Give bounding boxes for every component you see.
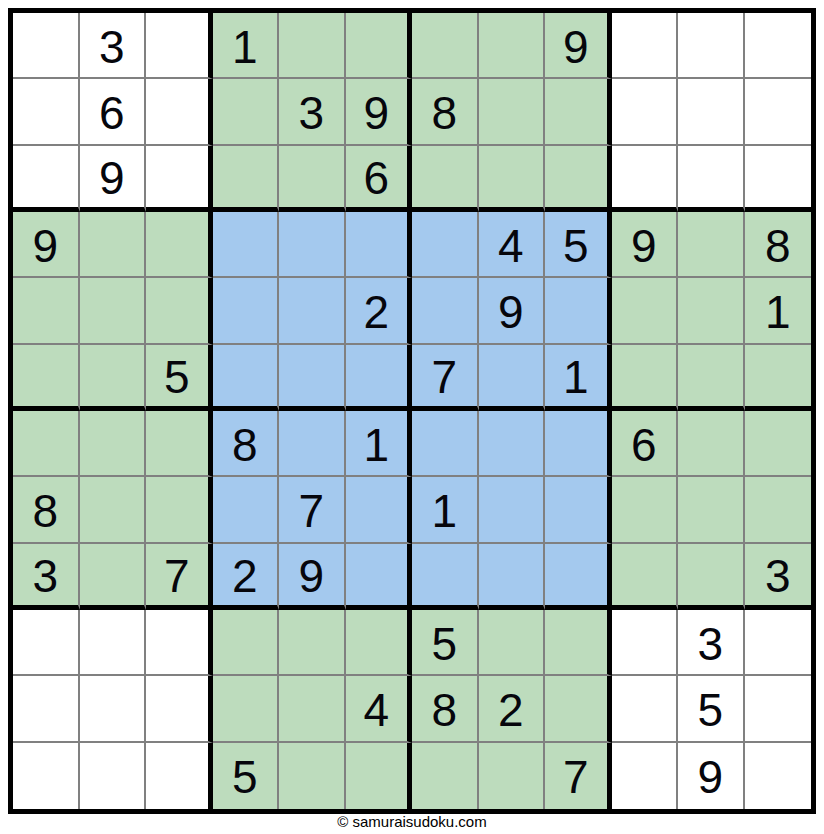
cell-r1c10[interactable] (612, 13, 679, 79)
cell-r9c7[interactable] (412, 544, 479, 610)
cell-r10c6[interactable] (346, 610, 413, 676)
cell-r3c3[interactable] (146, 146, 213, 212)
cell-r6c5[interactable] (279, 345, 346, 411)
cell-r9c3-given[interactable]: 7 (146, 544, 213, 610)
cell-r8c4[interactable] (213, 477, 280, 543)
cell-r5c1[interactable] (13, 278, 80, 344)
cell-r9c5-given[interactable]: 9 (279, 544, 346, 610)
cell-r4c10-given[interactable]: 9 (612, 212, 679, 278)
cell-r10c1[interactable] (13, 610, 80, 676)
cell-r12c4-given[interactable]: 5 (213, 743, 280, 809)
cell-r2c5-given[interactable]: 3 (279, 79, 346, 145)
cell-r4c8-given[interactable]: 4 (479, 212, 546, 278)
cell-r10c8[interactable] (479, 610, 546, 676)
cell-r5c12-given[interactable]: 1 (745, 278, 812, 344)
cell-r1c6[interactable] (346, 13, 413, 79)
cell-r8c8[interactable] (479, 477, 546, 543)
cell-r4c6[interactable] (346, 212, 413, 278)
cell-r1c4-given[interactable]: 1 (213, 13, 280, 79)
cell-r7c6-given[interactable]: 1 (346, 411, 413, 477)
cell-r4c11[interactable] (678, 212, 745, 278)
cell-r1c12[interactable] (745, 13, 812, 79)
cell-r2c10[interactable] (612, 79, 679, 145)
cell-r5c6-given[interactable]: 2 (346, 278, 413, 344)
cell-r9c4-given[interactable]: 2 (213, 544, 280, 610)
cell-r5c8-given[interactable]: 9 (479, 278, 546, 344)
cell-r9c10[interactable] (612, 544, 679, 610)
cell-r8c10[interactable] (612, 477, 679, 543)
cell-r1c8[interactable] (479, 13, 546, 79)
cell-r6c3-given[interactable]: 5 (146, 345, 213, 411)
copyright-caption: © samuraisudoku.com (0, 813, 824, 830)
cell-r8c6[interactable] (346, 477, 413, 543)
cell-r4c9-given[interactable]: 5 (545, 212, 612, 278)
cell-r7c2[interactable] (80, 411, 147, 477)
cell-r9c9[interactable] (545, 544, 612, 610)
cell-r10c4[interactable] (213, 610, 280, 676)
cell-r3c10[interactable] (612, 146, 679, 212)
cell-r12c3[interactable] (146, 743, 213, 809)
cell-r11c8-given[interactable]: 2 (479, 676, 546, 742)
cell-r4c4[interactable] (213, 212, 280, 278)
cell-r6c4[interactable] (213, 345, 280, 411)
cell-r11c12[interactable] (745, 676, 812, 742)
cell-r10c5[interactable] (279, 610, 346, 676)
cell-r8c11[interactable] (678, 477, 745, 543)
cell-r6c6[interactable] (346, 345, 413, 411)
cell-r12c2[interactable] (80, 743, 147, 809)
cell-r4c12-given[interactable]: 8 (745, 212, 812, 278)
cell-r2c6-given[interactable]: 9 (346, 79, 413, 145)
cell-r8c7-given[interactable]: 1 (412, 477, 479, 543)
cell-r5c11[interactable] (678, 278, 745, 344)
cell-r12c7[interactable] (412, 743, 479, 809)
cell-r2c8[interactable] (479, 79, 546, 145)
cell-r7c4-given[interactable]: 8 (213, 411, 280, 477)
cell-r10c12[interactable] (745, 610, 812, 676)
cell-r3c1[interactable] (13, 146, 80, 212)
cell-r2c7-given[interactable]: 8 (412, 79, 479, 145)
cell-r10c9[interactable] (545, 610, 612, 676)
cell-r12c12[interactable] (745, 743, 812, 809)
cell-r12c9-given[interactable]: 7 (545, 743, 612, 809)
cell-r12c1[interactable] (13, 743, 80, 809)
cell-r8c2[interactable] (80, 477, 147, 543)
cell-r3c5[interactable] (279, 146, 346, 212)
cell-r11c10[interactable] (612, 676, 679, 742)
cell-r7c10-given[interactable]: 6 (612, 411, 679, 477)
cell-r2c4[interactable] (213, 79, 280, 145)
cell-r1c2-given[interactable]: 3 (80, 13, 147, 79)
cell-r2c11[interactable] (678, 79, 745, 145)
cell-r8c5-given[interactable]: 7 (279, 477, 346, 543)
cell-r8c12[interactable] (745, 477, 812, 543)
cell-r6c11[interactable] (678, 345, 745, 411)
cell-r3c12[interactable] (745, 146, 812, 212)
cell-r4c3[interactable] (146, 212, 213, 278)
cell-r7c12[interactable] (745, 411, 812, 477)
cell-r2c3[interactable] (146, 79, 213, 145)
cell-r5c4[interactable] (213, 278, 280, 344)
cell-r9c2[interactable] (80, 544, 147, 610)
cell-r4c7[interactable] (412, 212, 479, 278)
cell-r5c3[interactable] (146, 278, 213, 344)
cell-r11c3[interactable] (146, 676, 213, 742)
cell-r2c9[interactable] (545, 79, 612, 145)
cell-r12c8[interactable] (479, 743, 546, 809)
cell-r9c6[interactable] (346, 544, 413, 610)
cell-r9c1-given[interactable]: 3 (13, 544, 80, 610)
cell-r8c9[interactable] (545, 477, 612, 543)
cell-r1c1[interactable] (13, 13, 80, 79)
cell-r8c1-given[interactable]: 8 (13, 477, 80, 543)
cell-r2c12[interactable] (745, 79, 812, 145)
cell-r6c2[interactable] (80, 345, 147, 411)
cell-r3c2-given[interactable]: 9 (80, 146, 147, 212)
cell-r6c10[interactable] (612, 345, 679, 411)
cell-r11c2[interactable] (80, 676, 147, 742)
cell-r7c11[interactable] (678, 411, 745, 477)
cell-r3c11[interactable] (678, 146, 745, 212)
cell-r1c5[interactable] (279, 13, 346, 79)
cell-r7c5[interactable] (279, 411, 346, 477)
cell-r3c8[interactable] (479, 146, 546, 212)
cell-r10c10[interactable] (612, 610, 679, 676)
cell-r4c2[interactable] (80, 212, 147, 278)
cell-r5c10[interactable] (612, 278, 679, 344)
cell-r5c7[interactable] (412, 278, 479, 344)
cell-r11c1[interactable] (13, 676, 80, 742)
cell-r2c1[interactable] (13, 79, 80, 145)
cell-r3c7[interactable] (412, 146, 479, 212)
cell-r7c1[interactable] (13, 411, 80, 477)
sudoku-board: 3196398969459829157181687137293534825579 (8, 8, 816, 814)
cell-r3c9[interactable] (545, 146, 612, 212)
cell-r12c5[interactable] (279, 743, 346, 809)
cell-r6c8[interactable] (479, 345, 546, 411)
cell-r6c12[interactable] (745, 345, 812, 411)
cell-r9c8[interactable] (479, 544, 546, 610)
cell-r12c6[interactable] (346, 743, 413, 809)
cell-r3c4[interactable] (213, 146, 280, 212)
cell-r1c7[interactable] (412, 13, 479, 79)
cell-r6c7-given[interactable]: 7 (412, 345, 479, 411)
cell-r7c9[interactable] (545, 411, 612, 477)
cell-r11c6-given[interactable]: 4 (346, 676, 413, 742)
cell-r10c7-given[interactable]: 5 (412, 610, 479, 676)
cell-r12c11-given[interactable]: 9 (678, 743, 745, 809)
cell-r7c8[interactable] (479, 411, 546, 477)
cell-r5c9[interactable] (545, 278, 612, 344)
cell-r11c11-given[interactable]: 5 (678, 676, 745, 742)
cell-r1c3[interactable] (146, 13, 213, 79)
cell-r10c11-given[interactable]: 3 (678, 610, 745, 676)
cell-r4c1-given[interactable]: 9 (13, 212, 80, 278)
cell-r11c4[interactable] (213, 676, 280, 742)
cell-r10c3[interactable] (146, 610, 213, 676)
cell-r9c11[interactable] (678, 544, 745, 610)
cell-r7c3[interactable] (146, 411, 213, 477)
cell-r5c2[interactable] (80, 278, 147, 344)
cell-r11c9[interactable] (545, 676, 612, 742)
cell-r11c7-given[interactable]: 8 (412, 676, 479, 742)
cell-r8c3[interactable] (146, 477, 213, 543)
cell-r4c5[interactable] (279, 212, 346, 278)
cell-r12c10[interactable] (612, 743, 679, 809)
cell-r1c11[interactable] (678, 13, 745, 79)
cell-r7c7[interactable] (412, 411, 479, 477)
cell-r10c2[interactable] (80, 610, 147, 676)
cell-r1c9-given[interactable]: 9 (545, 13, 612, 79)
cell-r6c9-given[interactable]: 1 (545, 345, 612, 411)
cell-r3c6-given[interactable]: 6 (346, 146, 413, 212)
cell-r9c12-given[interactable]: 3 (745, 544, 812, 610)
cell-r5c5[interactable] (279, 278, 346, 344)
cell-r2c2-given[interactable]: 6 (80, 79, 147, 145)
cell-r6c1[interactable] (13, 345, 80, 411)
cell-r11c5[interactable] (279, 676, 346, 742)
